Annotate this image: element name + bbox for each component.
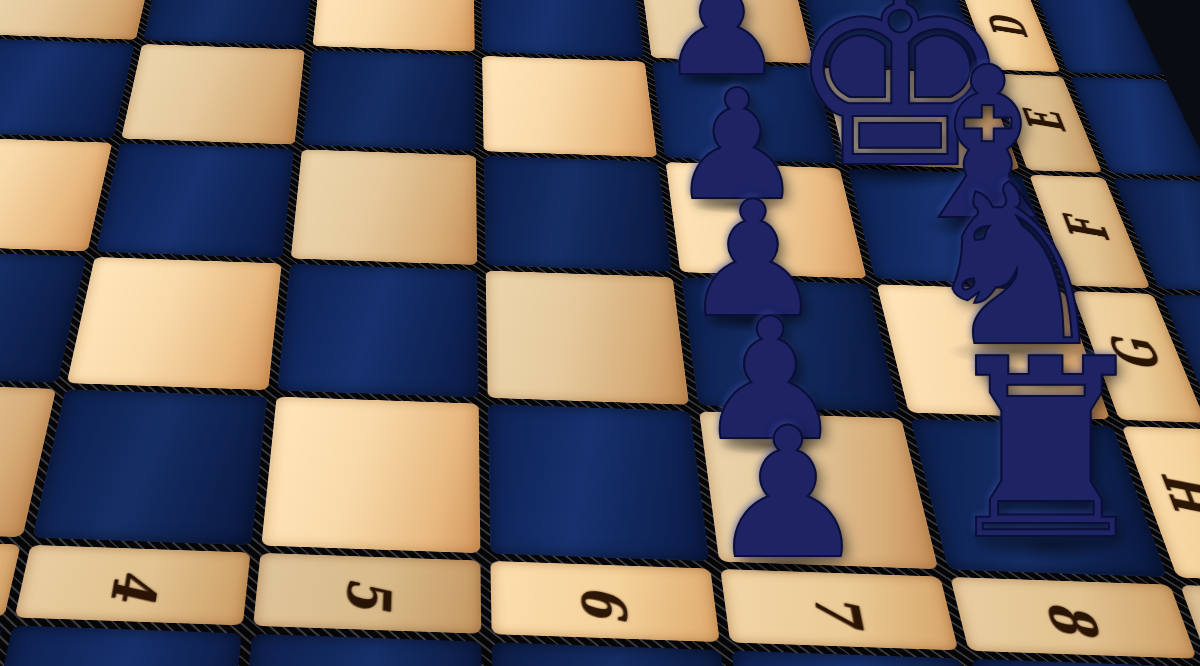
pieces-layer: ♟♟♟♟♟♚♝♞♜: [0, 0, 1200, 666]
piece-black-rook-h8: ♜: [935, 326, 1157, 574]
piece-black-pawn-h7: ♟: [707, 404, 868, 584]
chess-board-photo: ABCDEFGH12345678 ♟♟♟♟♟♚♝♞♜: [0, 0, 1200, 666]
